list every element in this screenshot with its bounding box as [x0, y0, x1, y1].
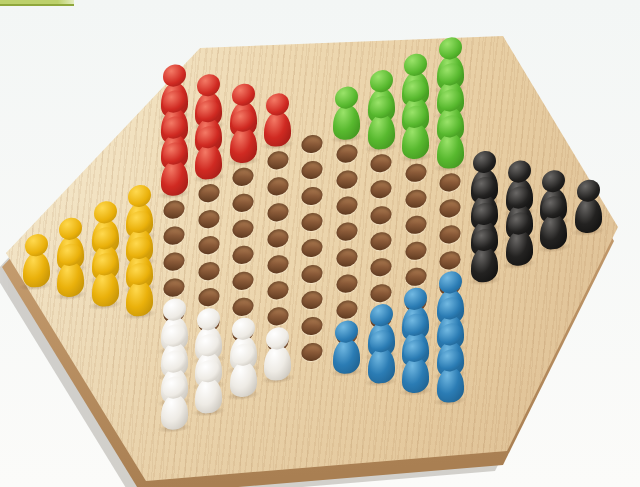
board-cell	[295, 161, 330, 177]
board-hole[interactable]	[336, 143, 357, 163]
peg-head	[163, 89, 186, 113]
peg-head	[128, 236, 151, 260]
peg-green[interactable]	[333, 85, 361, 142]
peg-green[interactable]	[436, 114, 464, 171]
board-hole[interactable]	[198, 287, 219, 307]
board-cell	[261, 256, 296, 272]
peg-head	[404, 79, 427, 103]
peg-head	[335, 319, 358, 343]
peg-head	[163, 141, 186, 165]
board-cell	[330, 119, 365, 135]
board-cell	[364, 155, 399, 171]
board-hole[interactable]	[198, 261, 219, 281]
peg-head	[59, 217, 82, 241]
board-cell	[330, 171, 365, 187]
board-cell	[157, 227, 192, 243]
peg-head	[266, 326, 289, 350]
peg-head	[232, 317, 255, 341]
board-hole[interactable]	[267, 150, 288, 170]
board-hole[interactable]	[198, 235, 219, 255]
peg-head	[508, 185, 531, 209]
peg-body	[23, 251, 50, 289]
peg-head	[59, 243, 82, 267]
board-cell	[226, 194, 261, 210]
peg-head	[439, 322, 462, 346]
board-hole[interactable]	[336, 221, 357, 241]
peg-head	[197, 359, 220, 383]
board-cell	[157, 409, 192, 425]
board-cell	[330, 275, 365, 291]
peg-body	[126, 280, 153, 318]
peg-head	[163, 63, 186, 87]
peg-head	[404, 287, 427, 311]
board-cell	[261, 360, 296, 376]
board-cell	[330, 223, 365, 239]
peg-body	[471, 246, 498, 284]
background-banner-strip	[0, 0, 74, 6]
peg-head	[439, 114, 462, 138]
peg-head	[163, 349, 186, 373]
peg-head	[128, 210, 151, 234]
photo-scene	[0, 0, 640, 487]
board-hole[interactable]	[336, 299, 357, 319]
board-cell	[433, 200, 468, 216]
peg-head	[473, 150, 496, 174]
board-hole[interactable]	[267, 176, 288, 196]
peg-yellow[interactable]	[57, 242, 85, 299]
board-hole[interactable]	[371, 153, 392, 173]
board-cell	[433, 252, 468, 268]
board-cell	[295, 239, 330, 255]
peg-body	[195, 143, 222, 181]
peg-body	[195, 377, 222, 415]
board-cell	[157, 201, 192, 217]
board-cell	[433, 148, 468, 164]
board-hole[interactable]	[233, 192, 254, 212]
board-hole[interactable]	[405, 240, 426, 260]
peg-head	[439, 270, 462, 294]
peg-head	[163, 115, 186, 139]
peg-head	[439, 296, 462, 320]
peg-body	[437, 132, 464, 170]
board-cell	[399, 242, 434, 258]
peg-head	[163, 297, 186, 321]
peg-head	[128, 184, 151, 208]
board-hole[interactable]	[371, 257, 392, 277]
board-cell	[226, 272, 261, 288]
board-cell	[364, 207, 399, 223]
board-cell	[399, 164, 434, 180]
board-cell	[399, 190, 434, 206]
board-cell	[226, 142, 261, 158]
board-grid	[19, 56, 606, 439]
peg-head	[439, 88, 462, 112]
peg-head	[94, 226, 117, 250]
board-cell	[433, 174, 468, 190]
peg-body	[368, 113, 395, 151]
peg-blue[interactable]	[436, 348, 464, 405]
peg-head	[542, 169, 565, 193]
peg-head	[232, 83, 255, 107]
board-cell	[261, 282, 296, 298]
peg-head	[439, 62, 462, 86]
board-cell	[192, 158, 227, 174]
board-hole[interactable]	[233, 244, 254, 264]
board-cell	[364, 363, 399, 379]
peg-head	[404, 313, 427, 337]
peg-body	[402, 356, 429, 394]
peg-white[interactable]	[264, 326, 292, 383]
peg-black[interactable]	[471, 228, 499, 285]
board-cell	[502, 245, 537, 261]
board-hole[interactable]	[233, 218, 254, 238]
peg-head	[404, 339, 427, 363]
peg-head	[197, 99, 220, 123]
board-hole[interactable]	[371, 205, 392, 225]
board-hole[interactable]	[302, 263, 323, 283]
peg-head	[197, 125, 220, 149]
board-hole[interactable]	[302, 185, 323, 205]
peg-head	[508, 211, 531, 235]
peg-head	[508, 159, 531, 183]
board-cell	[537, 229, 572, 245]
peg-green[interactable]	[402, 104, 430, 161]
peg-head	[473, 202, 496, 226]
peg-body	[230, 360, 257, 398]
board-cell	[261, 178, 296, 194]
board-hole[interactable]	[302, 341, 323, 361]
board-hole[interactable]	[164, 225, 185, 245]
board-cell	[226, 246, 261, 262]
peg-body	[333, 103, 360, 141]
peg-head	[197, 73, 220, 97]
board-cell	[364, 233, 399, 249]
board-hole[interactable]	[405, 214, 426, 234]
peg-black[interactable]	[540, 195, 568, 252]
board-cell	[295, 213, 330, 229]
peg-head	[94, 200, 117, 224]
board-hole[interactable]	[233, 296, 254, 316]
board-cell	[399, 138, 434, 154]
board-cell	[364, 129, 399, 145]
board-cell	[226, 376, 261, 392]
peg-head	[473, 228, 496, 252]
board-cell	[364, 259, 399, 275]
board-cell	[261, 230, 296, 246]
board-hole[interactable]	[302, 159, 323, 179]
board-cell	[261, 126, 296, 142]
peg-body	[368, 347, 395, 385]
board-cell	[192, 288, 227, 304]
board-cell	[330, 353, 365, 369]
board-hole[interactable]	[336, 273, 357, 293]
peg-head	[473, 176, 496, 200]
peg-body	[264, 344, 291, 382]
peg-white[interactable]	[195, 359, 223, 416]
board-hole[interactable]	[233, 270, 254, 290]
board-cell	[88, 286, 123, 302]
peg-head	[128, 262, 151, 286]
board-hole[interactable]	[371, 231, 392, 251]
board-hole[interactable]	[267, 202, 288, 222]
peg-head	[404, 105, 427, 129]
board-hole[interactable]	[302, 133, 323, 153]
board-hole[interactable]	[233, 166, 254, 186]
board-hole[interactable]	[302, 289, 323, 309]
board-hole[interactable]	[164, 199, 185, 219]
peg-head	[577, 179, 600, 203]
board-hole[interactable]	[440, 224, 461, 244]
board-cell	[261, 204, 296, 220]
peg-head	[163, 375, 186, 399]
board-cell	[226, 220, 261, 236]
peg-black[interactable]	[574, 178, 602, 235]
peg-head	[370, 95, 393, 119]
board-cell	[433, 382, 468, 398]
board-hole[interactable]	[267, 228, 288, 248]
peg-head	[439, 348, 462, 372]
board-cell	[295, 135, 330, 151]
peg-white[interactable]	[229, 342, 257, 399]
board-cell	[295, 291, 330, 307]
peg-body	[230, 126, 257, 164]
board-cell	[295, 265, 330, 281]
peg-head	[542, 195, 565, 219]
board-hole[interactable]	[267, 254, 288, 274]
peg-yellow[interactable]	[22, 233, 50, 290]
board-cell	[330, 249, 365, 265]
board-cell	[330, 301, 365, 317]
board-hole[interactable]	[440, 250, 461, 270]
board-cell	[571, 212, 606, 228]
peg-body	[92, 270, 119, 308]
board-cell	[157, 253, 192, 269]
peg-head	[439, 36, 462, 60]
peg-body	[333, 337, 360, 375]
board-cell	[295, 317, 330, 333]
board-hole[interactable]	[198, 209, 219, 229]
peg-head	[94, 252, 117, 276]
peg-green[interactable]	[367, 95, 395, 152]
peg-red[interactable]	[264, 92, 292, 149]
peg-head	[232, 109, 255, 133]
board-hole[interactable]	[302, 237, 323, 257]
board-hole[interactable]	[302, 315, 323, 335]
board-hole[interactable]	[336, 195, 357, 215]
peg-red[interactable]	[195, 125, 223, 182]
board-cell	[192, 236, 227, 252]
peg-body	[540, 213, 567, 251]
board-hole[interactable]	[336, 169, 357, 189]
board-cell	[330, 145, 365, 161]
board-cell	[364, 181, 399, 197]
board-cell	[399, 268, 434, 284]
board-cell	[19, 266, 54, 282]
board-cell	[261, 152, 296, 168]
peg-blue[interactable]	[367, 329, 395, 386]
peg-head	[197, 307, 220, 331]
peg-white[interactable]	[160, 375, 188, 432]
board-cell	[330, 197, 365, 213]
board-cell	[433, 226, 468, 242]
peg-body	[161, 393, 188, 431]
board-hole[interactable]	[164, 251, 185, 271]
peg-red[interactable]	[160, 141, 188, 198]
board-hole[interactable]	[198, 183, 219, 203]
peg-head	[232, 343, 255, 367]
peg-blue[interactable]	[333, 319, 361, 376]
peg-head	[266, 92, 289, 116]
peg-head	[404, 53, 427, 77]
board-hole[interactable]	[371, 179, 392, 199]
board-hole[interactable]	[164, 277, 185, 297]
board-cell	[226, 168, 261, 184]
board-hole[interactable]	[267, 306, 288, 326]
peg-yellow[interactable]	[91, 252, 119, 309]
board-cell	[192, 392, 227, 408]
peg-head	[370, 69, 393, 93]
board-cell	[399, 216, 434, 232]
peg-body	[161, 159, 188, 197]
board-hole[interactable]	[440, 172, 461, 192]
board-cell	[399, 372, 434, 388]
board-cell	[192, 262, 227, 278]
board-cell	[192, 210, 227, 226]
board-hole[interactable]	[405, 188, 426, 208]
peg-yellow[interactable]	[126, 262, 154, 319]
peg-red[interactable]	[229, 108, 257, 165]
board-hole[interactable]	[440, 198, 461, 218]
peg-head	[335, 85, 358, 109]
board-cell	[54, 276, 89, 292]
board-hole[interactable]	[405, 162, 426, 182]
board-hole[interactable]	[371, 283, 392, 303]
board-cell	[157, 175, 192, 191]
peg-head	[370, 303, 393, 327]
board-hole[interactable]	[267, 280, 288, 300]
board-hole[interactable]	[405, 266, 426, 286]
peg-black[interactable]	[505, 211, 533, 268]
board-cell	[295, 343, 330, 359]
board-hole[interactable]	[302, 211, 323, 231]
peg-head	[370, 329, 393, 353]
board-cell	[295, 187, 330, 203]
peg-head	[197, 333, 220, 357]
peg-blue[interactable]	[402, 338, 430, 395]
peg-head	[163, 323, 186, 347]
board-hole[interactable]	[336, 247, 357, 267]
peg-body	[506, 229, 533, 267]
board-cell	[468, 261, 503, 277]
board-cell	[192, 184, 227, 200]
peg-body	[57, 260, 84, 298]
board-cell	[261, 308, 296, 324]
peg-body	[437, 366, 464, 404]
peg-body	[402, 122, 429, 160]
board-cell	[123, 295, 158, 311]
board-cell	[226, 298, 261, 314]
peg-body	[264, 110, 291, 148]
peg-body	[575, 196, 602, 234]
peg-head	[25, 233, 48, 257]
board-cell	[157, 279, 192, 295]
board-cell	[364, 285, 399, 301]
